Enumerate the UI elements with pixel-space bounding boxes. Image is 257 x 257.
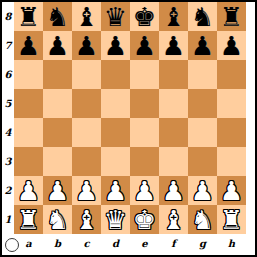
white-queen-icon: ♛ xyxy=(104,207,127,233)
white-pawn-icon: ♟ xyxy=(162,178,185,204)
square-e1[interactable]: ♚ xyxy=(130,205,159,234)
square-c1[interactable]: ♝ xyxy=(72,205,101,234)
white-pawn-icon: ♟ xyxy=(220,178,243,204)
white-to-move-indicator xyxy=(5,238,19,252)
file-labels: abcdefgh xyxy=(14,234,246,253)
black-pawn-icon: ♟ xyxy=(220,33,243,59)
square-h2[interactable]: ♟ xyxy=(217,176,246,205)
square-e2[interactable]: ♟ xyxy=(130,176,159,205)
file-label-b: b xyxy=(43,234,72,253)
black-pawn-icon: ♟ xyxy=(17,33,40,59)
square-e7[interactable]: ♟ xyxy=(130,31,159,60)
square-a8[interactable]: ♜ xyxy=(14,2,43,31)
square-e4[interactable] xyxy=(130,118,159,147)
rank-label-5: 5 xyxy=(2,89,14,118)
black-pawn-icon: ♟ xyxy=(104,33,127,59)
chess-board-frame: 87654321 ♜♞♝♛♚♝♞♜♟♟♟♟♟♟♟♟♟♟♟♟♟♟♟♟♜♞♝♛♚♝♞… xyxy=(0,0,257,257)
black-pawn-icon: ♟ xyxy=(162,33,185,59)
square-c7[interactable]: ♟ xyxy=(72,31,101,60)
file-label-d: d xyxy=(101,234,130,253)
square-c8[interactable]: ♝ xyxy=(72,2,101,31)
black-pawn-icon: ♟ xyxy=(133,33,156,59)
square-c2[interactable]: ♟ xyxy=(72,176,101,205)
square-d6[interactable] xyxy=(101,60,130,89)
square-g2[interactable]: ♟ xyxy=(188,176,217,205)
square-h1[interactable]: ♜ xyxy=(217,205,246,234)
white-knight-icon: ♞ xyxy=(191,207,214,233)
black-pawn-icon: ♟ xyxy=(75,33,98,59)
rank-label-1: 1 xyxy=(2,205,14,234)
rank-label-8: 8 xyxy=(2,2,14,31)
black-bishop-icon: ♝ xyxy=(75,4,98,30)
square-e6[interactable] xyxy=(130,60,159,89)
white-king-icon: ♚ xyxy=(133,207,156,233)
square-d3[interactable] xyxy=(101,147,130,176)
square-c6[interactable] xyxy=(72,60,101,89)
square-g7[interactable]: ♟ xyxy=(188,31,217,60)
square-b7[interactable]: ♟ xyxy=(43,31,72,60)
square-h5[interactable] xyxy=(217,89,246,118)
square-e8[interactable]: ♚ xyxy=(130,2,159,31)
square-d5[interactable] xyxy=(101,89,130,118)
square-f1[interactable]: ♝ xyxy=(159,205,188,234)
square-h6[interactable] xyxy=(217,60,246,89)
square-c5[interactable] xyxy=(72,89,101,118)
white-pawn-icon: ♟ xyxy=(104,178,127,204)
square-f7[interactable]: ♟ xyxy=(159,31,188,60)
square-b5[interactable] xyxy=(43,89,72,118)
square-g6[interactable] xyxy=(188,60,217,89)
black-queen-icon: ♛ xyxy=(104,4,127,30)
rank-label-6: 6 xyxy=(2,60,14,89)
square-g8[interactable]: ♞ xyxy=(188,2,217,31)
square-h4[interactable] xyxy=(217,118,246,147)
black-rook-icon: ♜ xyxy=(17,4,40,30)
square-f2[interactable]: ♟ xyxy=(159,176,188,205)
square-a4[interactable] xyxy=(14,118,43,147)
black-pawn-icon: ♟ xyxy=(46,33,69,59)
square-a6[interactable] xyxy=(14,60,43,89)
file-label-c: c xyxy=(72,234,101,253)
white-pawn-icon: ♟ xyxy=(46,178,69,204)
rank-label-7: 7 xyxy=(2,31,14,60)
square-f5[interactable] xyxy=(159,89,188,118)
rank-label-3: 3 xyxy=(2,147,14,176)
square-b4[interactable] xyxy=(43,118,72,147)
square-b2[interactable]: ♟ xyxy=(43,176,72,205)
square-h7[interactable]: ♟ xyxy=(217,31,246,60)
square-c3[interactable] xyxy=(72,147,101,176)
square-h8[interactable]: ♜ xyxy=(217,2,246,31)
file-label-g: g xyxy=(188,234,217,253)
square-a5[interactable] xyxy=(14,89,43,118)
rank-label-2: 2 xyxy=(2,176,14,205)
square-b1[interactable]: ♞ xyxy=(43,205,72,234)
square-d8[interactable]: ♛ xyxy=(101,2,130,31)
square-g1[interactable]: ♞ xyxy=(188,205,217,234)
square-b3[interactable] xyxy=(43,147,72,176)
black-knight-icon: ♞ xyxy=(191,4,214,30)
white-pawn-icon: ♟ xyxy=(133,178,156,204)
rank-labels: 87654321 xyxy=(2,2,14,234)
square-a3[interactable] xyxy=(14,147,43,176)
chess-board: ♜♞♝♛♚♝♞♜♟♟♟♟♟♟♟♟♟♟♟♟♟♟♟♟♜♞♝♛♚♝♞♜ xyxy=(14,2,246,234)
square-g4[interactable] xyxy=(188,118,217,147)
white-rook-icon: ♜ xyxy=(220,207,243,233)
white-pawn-icon: ♟ xyxy=(75,178,98,204)
square-a2[interactable]: ♟ xyxy=(14,176,43,205)
square-a1[interactable]: ♜ xyxy=(14,205,43,234)
white-bishop-icon: ♝ xyxy=(162,207,185,233)
square-d2[interactable]: ♟ xyxy=(101,176,130,205)
black-knight-icon: ♞ xyxy=(46,4,69,30)
black-king-icon: ♚ xyxy=(133,4,156,30)
black-bishop-icon: ♝ xyxy=(162,4,185,30)
square-d4[interactable] xyxy=(101,118,130,147)
square-g3[interactable] xyxy=(188,147,217,176)
file-label-f: f xyxy=(159,234,188,253)
black-rook-icon: ♜ xyxy=(220,4,243,30)
square-a7[interactable]: ♟ xyxy=(14,31,43,60)
white-pawn-icon: ♟ xyxy=(17,178,40,204)
file-label-e: e xyxy=(130,234,159,253)
white-rook-icon: ♜ xyxy=(17,207,40,233)
square-f6[interactable] xyxy=(159,60,188,89)
square-g5[interactable] xyxy=(188,89,217,118)
white-pawn-icon: ♟ xyxy=(191,178,214,204)
white-bishop-icon: ♝ xyxy=(75,207,98,233)
square-e5[interactable] xyxy=(130,89,159,118)
square-b8[interactable]: ♞ xyxy=(43,2,72,31)
black-pawn-icon: ♟ xyxy=(191,33,214,59)
white-knight-icon: ♞ xyxy=(46,207,69,233)
square-d1[interactable]: ♛ xyxy=(101,205,130,234)
file-label-h: h xyxy=(217,234,246,253)
square-d7[interactable]: ♟ xyxy=(101,31,130,60)
square-f8[interactable]: ♝ xyxy=(159,2,188,31)
square-b6[interactable] xyxy=(43,60,72,89)
square-h3[interactable] xyxy=(217,147,246,176)
square-e3[interactable] xyxy=(130,147,159,176)
square-f3[interactable] xyxy=(159,147,188,176)
square-c4[interactable] xyxy=(72,118,101,147)
rank-label-4: 4 xyxy=(2,118,14,147)
square-f4[interactable] xyxy=(159,118,188,147)
